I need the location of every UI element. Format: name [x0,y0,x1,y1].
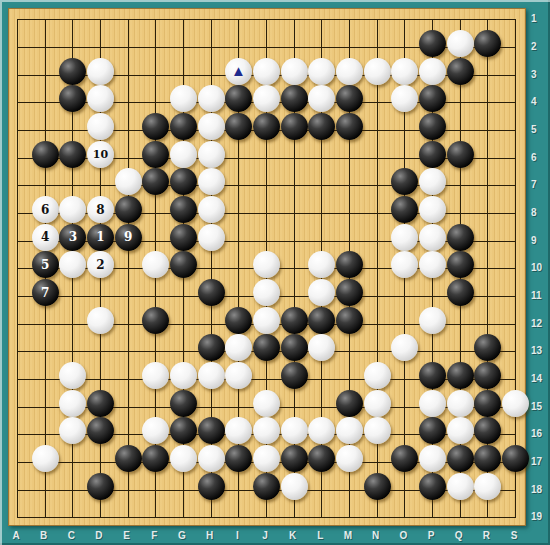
black-stone [281,334,308,361]
black-stone [253,334,280,361]
column-label: D [95,530,102,541]
column-label: R [483,530,490,541]
white-stone [281,58,308,85]
white-stone [447,30,474,57]
black-stone [198,417,225,444]
white-stone [308,85,335,112]
column-label: J [262,530,268,541]
column-label: L [317,530,323,541]
white-stone [198,362,225,389]
column-label: K [289,530,296,541]
row-label: 12 [531,317,542,328]
white-stone [253,58,280,85]
white-stone [59,196,86,223]
white-stone [364,390,391,417]
white-stone [142,417,169,444]
black-stone [32,141,59,168]
white-stone [225,362,252,389]
black-stone [142,307,169,334]
black-stone: 7 [32,279,59,306]
black-stone [170,390,197,417]
row-label: 16 [531,428,542,439]
black-stone: 9 [115,224,142,251]
white-stone [419,224,446,251]
black-stone [502,445,529,472]
white-stone [281,417,308,444]
black-stone [419,30,446,57]
row-label: 2 [531,41,537,52]
black-stone [142,168,169,195]
black-stone [419,473,446,500]
black-stone [281,362,308,389]
black-stone [142,141,169,168]
black-stone [419,113,446,140]
column-label: E [123,530,130,541]
black-stone [253,473,280,500]
white-stone [336,417,363,444]
row-label: 7 [531,179,537,190]
black-stone: 1 [87,224,114,251]
black-stone [87,390,114,417]
white-stone [391,251,418,278]
black-stone [170,224,197,251]
black-stone [281,307,308,334]
triangle-marker: ▲ [231,63,246,78]
white-stone [198,141,225,168]
white-stone [198,196,225,223]
board-frame: 10684319527▲ ABCDEFGHIJKLMNOPQRS12345678… [0,0,550,545]
white-stone [336,58,363,85]
white-stone [225,417,252,444]
white-stone [419,307,446,334]
row-label: 18 [531,483,542,494]
white-stone [253,445,280,472]
row-label: 17 [531,456,542,467]
white-stone [474,473,501,500]
white-stone [308,417,335,444]
black-stone [474,30,501,57]
white-stone [198,113,225,140]
white-stone [391,58,418,85]
move-number-label: 8 [96,204,104,216]
black-stone [142,113,169,140]
move-number-label: 1 [96,231,104,243]
black-stone [447,224,474,251]
white-stone [253,390,280,417]
black-stone [391,196,418,223]
black-stone [170,196,197,223]
white-stone: 2 [87,251,114,278]
white-stone [59,362,86,389]
black-stone [198,473,225,500]
white-stone [364,362,391,389]
white-stone [391,85,418,112]
white-stone [419,196,446,223]
white-stone: 4 [32,224,59,251]
white-stone [419,251,446,278]
row-label: 6 [531,151,537,162]
white-stone [142,362,169,389]
black-stone [59,141,86,168]
black-stone [281,445,308,472]
black-stone [474,362,501,389]
row-label: 8 [531,207,537,218]
go-board[interactable]: 10684319527▲ [8,8,526,526]
black-stone: 3 [59,224,86,251]
row-label: 11 [531,290,542,301]
white-stone [419,168,446,195]
white-stone [198,168,225,195]
black-stone [281,113,308,140]
white-stone [170,445,197,472]
white-stone [447,390,474,417]
white-stone [253,417,280,444]
black-stone [225,113,252,140]
black-stone [198,279,225,306]
white-stone [225,334,252,361]
black-stone [391,445,418,472]
white-stone [391,334,418,361]
column-label: A [12,530,19,541]
black-stone [419,141,446,168]
white-stone [170,85,197,112]
black-stone [447,58,474,85]
column-label: B [40,530,47,541]
black-stone [170,113,197,140]
black-stone [87,417,114,444]
move-number-label: 7 [41,287,49,299]
column-label: F [151,530,157,541]
white-stone [87,58,114,85]
white-stone [308,251,335,278]
column-label: M [344,530,352,541]
row-label: 4 [531,96,537,107]
black-stone [447,362,474,389]
black-stone [336,85,363,112]
row-label: 3 [531,68,537,79]
black-stone [447,279,474,306]
black-stone [253,113,280,140]
black-stone [447,251,474,278]
black-stone [225,445,252,472]
white-stone [419,58,446,85]
white-stone [253,251,280,278]
move-number-label: 4 [41,231,49,243]
black-stone [225,307,252,334]
black-stone [170,417,197,444]
white-stone [419,390,446,417]
white-stone [198,224,225,251]
white-stone [32,445,59,472]
black-stone [447,141,474,168]
black-stone [419,85,446,112]
black-stone [87,473,114,500]
white-stone [198,445,225,472]
black-stone [336,307,363,334]
white-stone [364,417,391,444]
move-number-label: 3 [69,231,77,243]
white-stone: 6 [32,196,59,223]
white-stone [447,473,474,500]
white-stone: 10 [87,141,114,168]
black-stone [308,113,335,140]
black-stone [198,334,225,361]
black-stone [419,417,446,444]
white-stone [87,113,114,140]
move-number-label: 2 [96,259,104,271]
black-stone [281,85,308,112]
column-label: G [178,530,186,541]
black-stone [336,113,363,140]
white-stone [364,58,391,85]
black-stone [225,85,252,112]
white-stone [308,58,335,85]
white-stone [391,224,418,251]
white-stone [253,85,280,112]
white-stone [253,279,280,306]
column-label: N [372,530,379,541]
move-number-label: 6 [41,204,49,216]
move-number-label: 5 [41,259,49,271]
white-stone [253,307,280,334]
black-stone [391,168,418,195]
black-stone [115,196,142,223]
white-stone [502,390,529,417]
row-label: 10 [531,262,542,273]
column-label: C [68,530,75,541]
black-stone [364,473,391,500]
white-stone [170,141,197,168]
column-label: I [236,530,239,541]
white-stone [281,473,308,500]
grid-line-vertical [515,19,516,518]
black-stone [308,307,335,334]
black-stone [336,390,363,417]
white-stone [419,445,446,472]
white-stone [115,168,142,195]
white-stone [198,85,225,112]
white-stone: 8 [87,196,114,223]
column-label: O [399,530,407,541]
black-stone [474,334,501,361]
black-stone: 5 [32,251,59,278]
black-stone [308,445,335,472]
column-label: P [428,530,435,541]
black-stone [142,445,169,472]
white-stone [142,251,169,278]
white-stone [59,417,86,444]
black-stone [170,168,197,195]
black-stone [115,445,142,472]
white-stone [170,362,197,389]
column-label: S [511,530,518,541]
white-stone [87,85,114,112]
white-stone [336,445,363,472]
row-label: 15 [531,400,542,411]
white-stone [59,251,86,278]
black-stone [419,362,446,389]
black-stone [336,279,363,306]
row-label: 9 [531,234,537,245]
column-label: Q [455,530,463,541]
move-number-label: 9 [124,231,132,243]
black-stone [59,58,86,85]
black-stone [447,445,474,472]
white-stone [87,307,114,334]
row-label: 5 [531,124,537,135]
row-label: 13 [531,345,542,356]
column-label: H [206,530,213,541]
white-stone [59,390,86,417]
row-label: 1 [531,13,537,24]
black-stone [474,445,501,472]
black-stone [336,251,363,278]
white-stone [447,417,474,444]
move-number-label: 10 [93,149,108,160]
grid-line-horizontal [17,517,516,518]
white-stone [308,279,335,306]
row-label: 14 [531,373,542,384]
row-label: 19 [531,511,542,522]
black-stone [170,251,197,278]
black-stone [59,85,86,112]
black-stone [474,390,501,417]
black-stone [474,417,501,444]
white-stone [308,334,335,361]
